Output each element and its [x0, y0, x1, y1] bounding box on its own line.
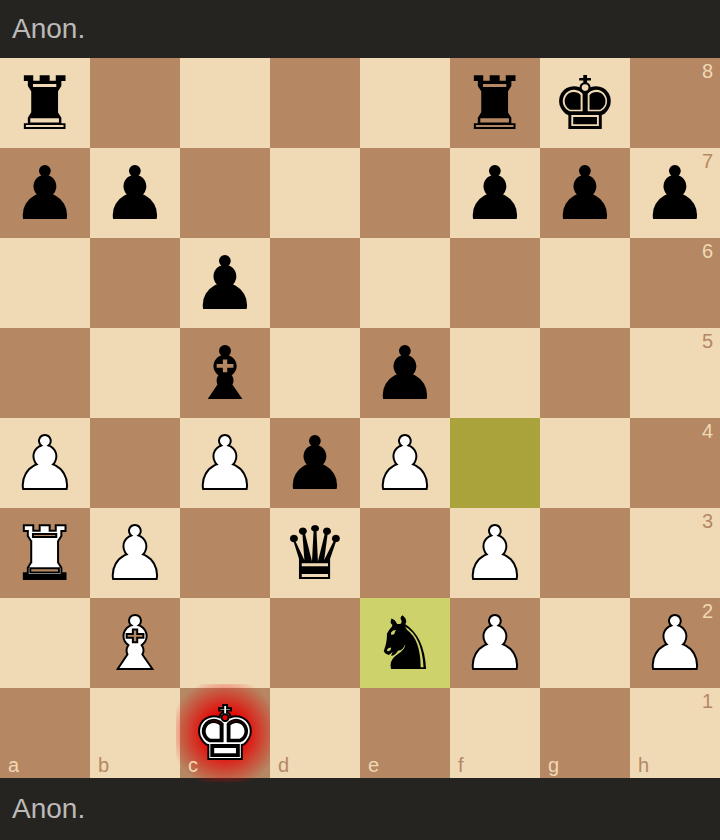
square-c3[interactable] [180, 508, 270, 598]
square-f8[interactable]: ♜ [450, 58, 540, 148]
square-b7[interactable]: ♟ [90, 148, 180, 238]
square-a1[interactable]: a [0, 688, 90, 778]
square-d5[interactable] [270, 328, 360, 418]
coord-rank-1: 1 [702, 691, 713, 711]
square-g7[interactable]: ♟ [540, 148, 630, 238]
square-e6[interactable] [360, 238, 450, 328]
square-g1[interactable]: g [540, 688, 630, 778]
square-g5[interactable] [540, 328, 630, 418]
piece-white-pawn-e4[interactable]: ♟ [360, 418, 450, 508]
square-c6[interactable]: ♟ [180, 238, 270, 328]
piece-black-rook-f8[interactable]: ♜ [450, 58, 540, 148]
square-f5[interactable] [450, 328, 540, 418]
piece-black-pawn-c6[interactable]: ♟ [180, 238, 270, 328]
square-e8[interactable] [360, 58, 450, 148]
square-a7[interactable]: ♟ [0, 148, 90, 238]
square-d1[interactable]: d [270, 688, 360, 778]
piece-black-bishop-c5[interactable]: ♝ [180, 328, 270, 418]
square-e7[interactable] [360, 148, 450, 238]
piece-black-pawn-g7[interactable]: ♟ [540, 148, 630, 238]
top-player-name: Anon. [12, 13, 85, 45]
piece-white-pawn-c4[interactable]: ♟ [180, 418, 270, 508]
piece-black-king-g8[interactable]: ♚ [540, 58, 630, 148]
square-b8[interactable] [90, 58, 180, 148]
square-g4[interactable] [540, 418, 630, 508]
piece-black-rook-a8[interactable]: ♜ [0, 58, 90, 148]
square-d7[interactable] [270, 148, 360, 238]
coord-file-a: a [8, 755, 19, 775]
square-g3[interactable] [540, 508, 630, 598]
piece-white-pawn-h2[interactable]: ♟ [630, 598, 720, 688]
square-g6[interactable] [540, 238, 630, 328]
square-h6[interactable]: 6 [630, 238, 720, 328]
square-c1[interactable]: ♚c [180, 688, 270, 778]
square-c5[interactable]: ♝ [180, 328, 270, 418]
coord-file-f: f [458, 755, 464, 775]
piece-white-pawn-f3[interactable]: ♟ [450, 508, 540, 598]
square-g8[interactable]: ♚ [540, 58, 630, 148]
square-a5[interactable] [0, 328, 90, 418]
coord-file-h: h [638, 755, 649, 775]
coord-rank-4: 4 [702, 421, 713, 441]
coord-file-b: b [98, 755, 109, 775]
piece-black-pawn-h7[interactable]: ♟ [630, 148, 720, 238]
square-c4[interactable]: ♟ [180, 418, 270, 508]
square-f2[interactable]: ♟ [450, 598, 540, 688]
piece-black-queen-d3[interactable]: ♛ [270, 508, 360, 598]
square-b4[interactable] [90, 418, 180, 508]
square-h4[interactable]: 4 [630, 418, 720, 508]
square-h8[interactable]: 8 [630, 58, 720, 148]
piece-black-pawn-a7[interactable]: ♟ [0, 148, 90, 238]
square-c2[interactable] [180, 598, 270, 688]
square-e5[interactable]: ♟ [360, 328, 450, 418]
piece-black-pawn-f7[interactable]: ♟ [450, 148, 540, 238]
square-b6[interactable] [90, 238, 180, 328]
square-d3[interactable]: ♛ [270, 508, 360, 598]
piece-white-king-c1[interactable]: ♚ [180, 688, 270, 778]
square-d6[interactable] [270, 238, 360, 328]
square-a4[interactable]: ♟ [0, 418, 90, 508]
square-f6[interactable] [450, 238, 540, 328]
square-h3[interactable]: 3 [630, 508, 720, 598]
chess-board[interactable]: ♜♜♚8♟♟♟♟♟7♟6♝♟5♟♟♟♟4♜♟♛♟3♝♞♟♟2ab♚cdefg1h [0, 58, 720, 778]
square-h1[interactable]: 1h [630, 688, 720, 778]
coord-file-e: e [368, 755, 379, 775]
bottom-player-bar: Anon. [0, 778, 720, 840]
piece-black-knight-e2[interactable]: ♞ [360, 598, 450, 688]
square-c7[interactable] [180, 148, 270, 238]
piece-black-pawn-b7[interactable]: ♟ [90, 148, 180, 238]
square-g2[interactable] [540, 598, 630, 688]
square-c8[interactable] [180, 58, 270, 148]
square-a3[interactable]: ♜ [0, 508, 90, 598]
coord-rank-5: 5 [702, 331, 713, 351]
piece-white-rook-a3[interactable]: ♜ [0, 508, 90, 598]
coord-rank-3: 3 [702, 511, 713, 531]
coord-rank-8: 8 [702, 61, 713, 81]
square-h7[interactable]: ♟7 [630, 148, 720, 238]
square-d8[interactable] [270, 58, 360, 148]
top-player-bar: Anon. [0, 0, 720, 58]
coord-file-g: g [548, 755, 559, 775]
coord-rank-6: 6 [702, 241, 713, 261]
square-a8[interactable]: ♜ [0, 58, 90, 148]
coord-file-d: d [278, 755, 289, 775]
square-b2[interactable]: ♝ [90, 598, 180, 688]
piece-white-pawn-a4[interactable]: ♟ [0, 418, 90, 508]
square-f1[interactable]: f [450, 688, 540, 778]
piece-white-pawn-b3[interactable]: ♟ [90, 508, 180, 598]
piece-black-pawn-e5[interactable]: ♟ [360, 328, 450, 418]
square-b5[interactable] [90, 328, 180, 418]
square-h2[interactable]: ♟2 [630, 598, 720, 688]
square-b1[interactable]: b [90, 688, 180, 778]
square-e1[interactable]: e [360, 688, 450, 778]
square-e3[interactable] [360, 508, 450, 598]
square-e4[interactable]: ♟ [360, 418, 450, 508]
square-f4[interactable] [450, 418, 540, 508]
square-d4[interactable]: ♟ [270, 418, 360, 508]
piece-black-pawn-d4[interactable]: ♟ [270, 418, 360, 508]
square-f3[interactable]: ♟ [450, 508, 540, 598]
square-b3[interactable]: ♟ [90, 508, 180, 598]
piece-white-pawn-f2[interactable]: ♟ [450, 598, 540, 688]
square-a2[interactable] [0, 598, 90, 688]
square-h5[interactable]: 5 [630, 328, 720, 418]
square-a6[interactable] [0, 238, 90, 328]
piece-white-bishop-b2[interactable]: ♝ [90, 598, 180, 688]
square-e2[interactable]: ♞ [360, 598, 450, 688]
bottom-player-name: Anon. [12, 793, 85, 825]
square-d2[interactable] [270, 598, 360, 688]
square-f7[interactable]: ♟ [450, 148, 540, 238]
